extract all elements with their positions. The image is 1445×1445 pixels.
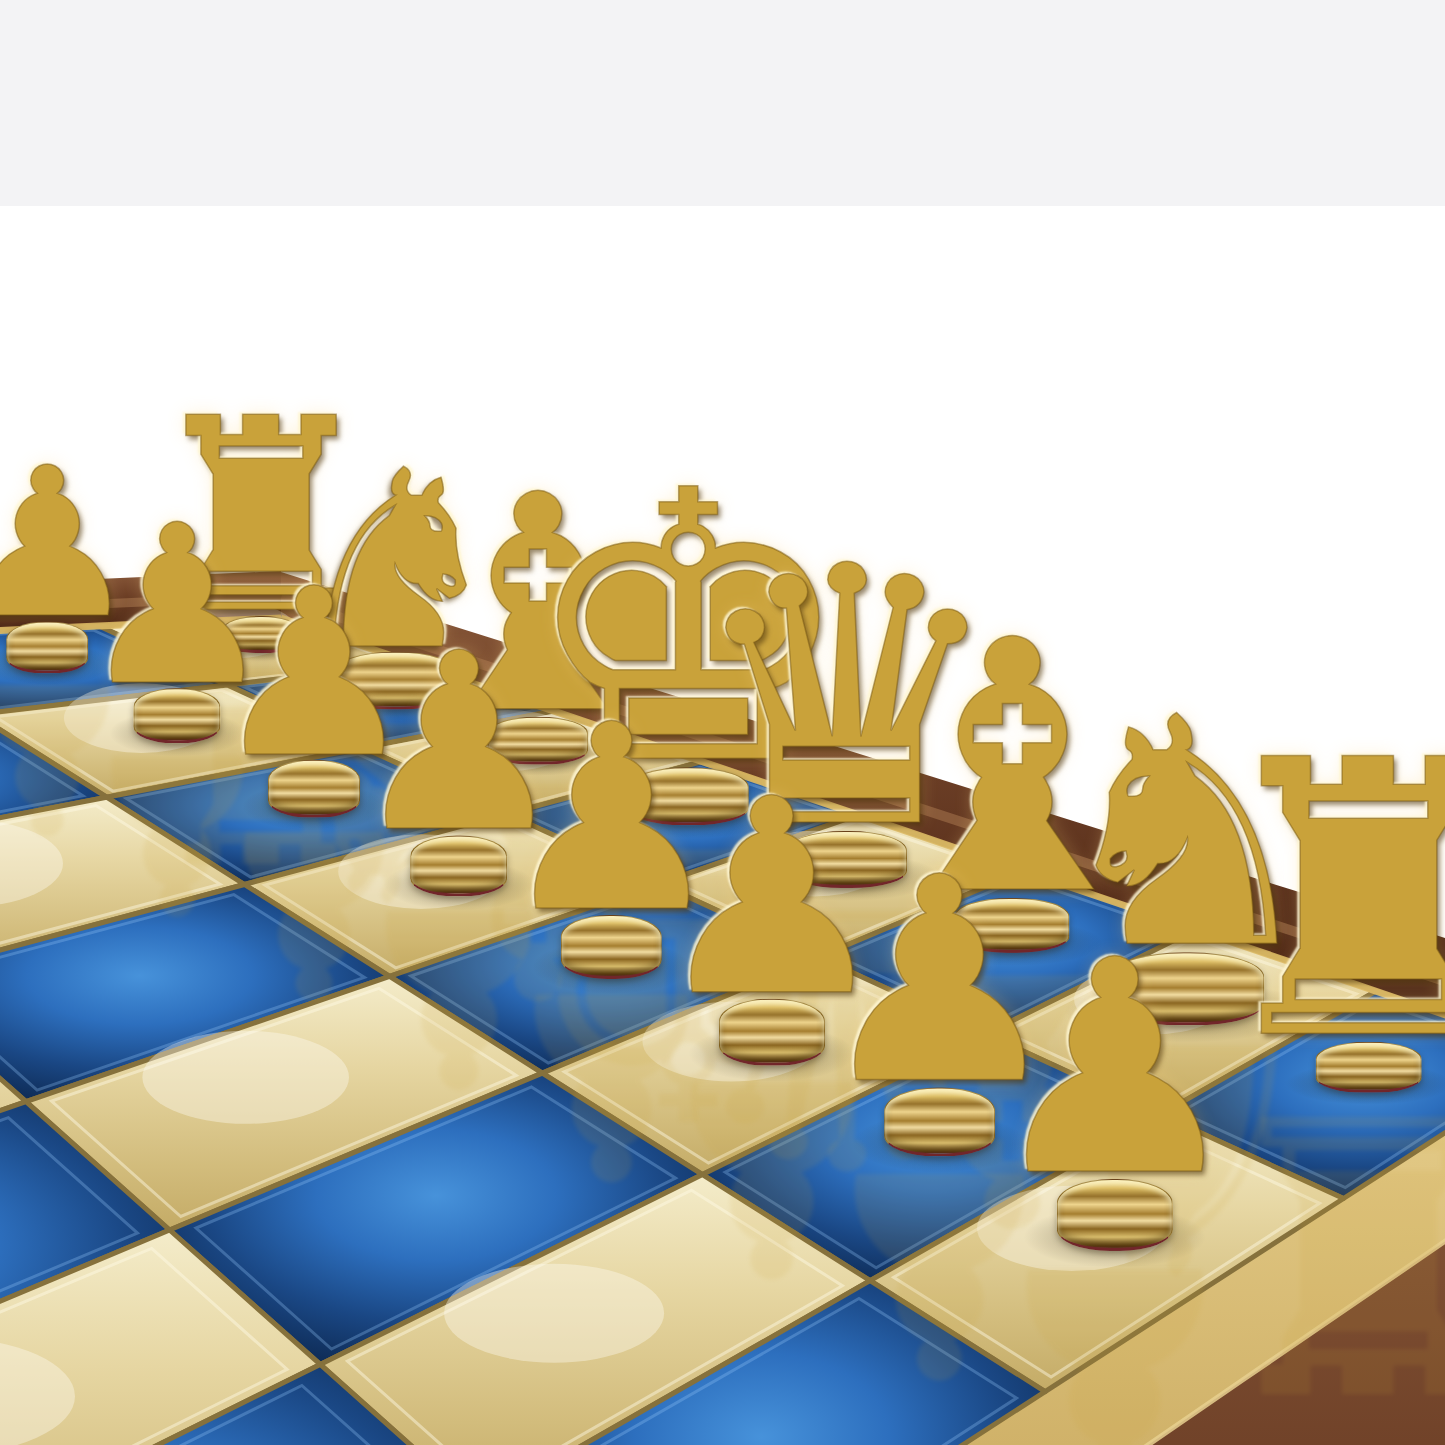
piece-glyph-pawn: ♟ bbox=[983, 946, 1247, 1194]
square-b3-glare bbox=[444, 1264, 664, 1363]
piece-pedestal bbox=[884, 1087, 995, 1156]
chess-set-product-photo: ♜♜♞♞♝♝♚♚♛♛♝♝♞♞♜♜♟♟♟♟♟♟♟♟♟♟♟♟♟♟♟♟ bbox=[0, 0, 1445, 1445]
piece-pedestal bbox=[6, 621, 88, 673]
square-d3-glare bbox=[142, 1031, 349, 1124]
piece-pedestal bbox=[719, 999, 825, 1066]
piece-pedestal bbox=[411, 835, 508, 896]
piece-pedestal bbox=[561, 915, 662, 979]
piece-pedestal bbox=[268, 760, 360, 818]
piece-pedestal bbox=[1315, 1042, 1421, 1093]
piece-pedestal bbox=[1057, 1179, 1173, 1251]
piece-pedestal bbox=[133, 688, 220, 743]
piece-pawn-a2[interactable]: ♟♟ bbox=[983, 946, 1247, 1251]
